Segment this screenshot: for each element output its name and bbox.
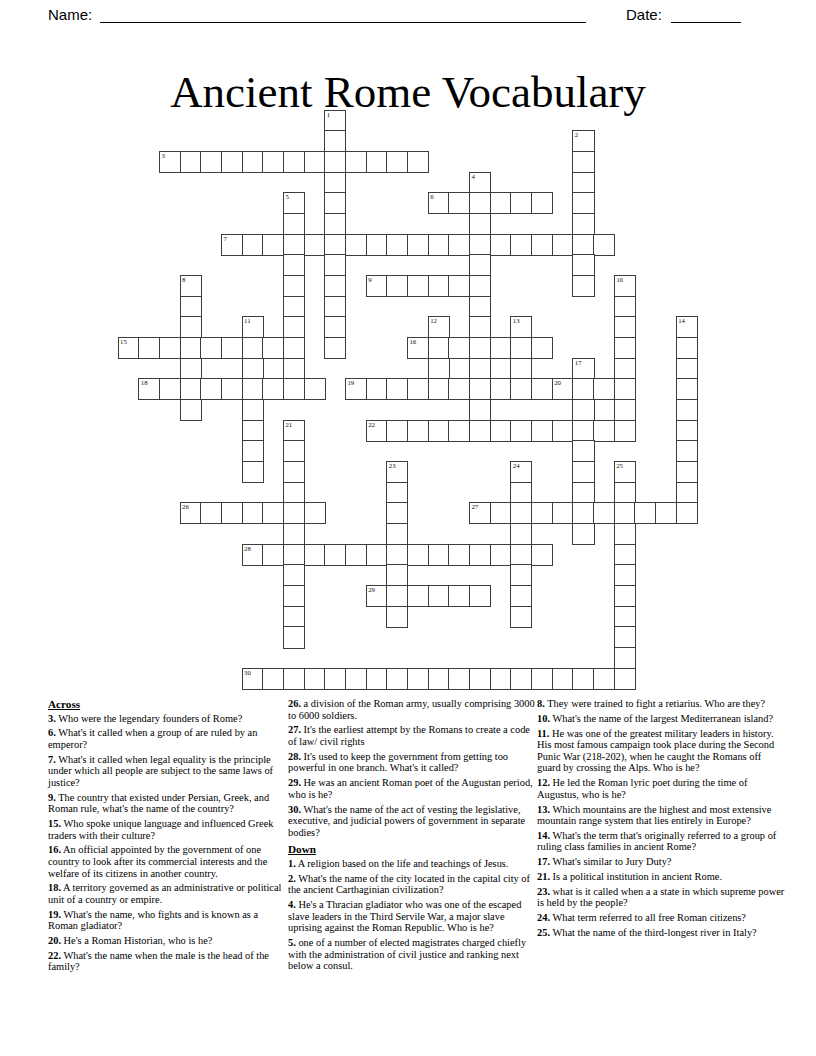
clue-across-15: 15. Who spoke unique language and influe… [48,818,285,841]
grid-cell[interactable] [428,585,450,607]
across-header: Across [48,698,285,710]
grid-cell[interactable] [593,378,615,400]
grid-cell[interactable] [283,378,305,400]
grid-cell[interactable] [531,502,553,524]
grid-cell[interactable] [676,482,698,504]
grid-cell[interactable] [676,358,698,380]
grid-cell[interactable] [469,668,491,690]
grid-cell[interactable] [490,668,512,690]
grid-cell[interactable] [283,544,305,566]
grid-cell[interactable] [428,420,450,442]
cell-number: 11 [244,317,251,326]
grid-cell[interactable] [283,316,305,338]
grid-cell[interactable] [572,275,594,297]
clue-down-8: 8. They were trained to fight a retiariu… [537,698,786,710]
grid-cell[interactable]: 29 [366,585,388,607]
grid-cell[interactable] [242,461,264,483]
grid-cell[interactable] [386,564,408,586]
grid-cell[interactable] [552,420,574,442]
grid-cell[interactable] [614,523,636,545]
clue-column-1: Across3. Who were the legendary founders… [48,698,285,976]
grid-cell[interactable] [676,420,698,442]
grid-cell[interactable] [262,337,284,359]
grid-cell[interactable] [510,585,532,607]
grid-cell[interactable] [490,378,512,400]
grid-cell[interactable]: 14 [676,316,698,338]
grid-cell[interactable] [407,544,429,566]
cell-number: 16 [409,338,416,347]
grid-cell[interactable] [386,420,408,442]
grid-cell[interactable] [614,544,636,566]
grid-cell[interactable] [242,440,264,462]
grid-cell[interactable]: 3 [159,151,181,173]
grid-cell[interactable] [180,399,202,421]
grid-cell[interactable] [324,151,346,173]
grid-cell[interactable] [490,502,512,524]
grid-cell[interactable] [572,482,594,504]
grid-cell[interactable]: 16 [407,337,429,359]
grid-cell[interactable]: 30 [242,668,264,690]
grid-cell[interactable]: 28 [242,544,264,566]
grid-cell[interactable] [242,378,264,400]
grid-cell[interactable] [531,192,553,214]
grid-cell[interactable] [676,440,698,462]
clue-across-28: 28. It's used to keep the government fro… [288,751,535,774]
grid-cell[interactable] [469,296,491,318]
grid-cell[interactable] [262,668,284,690]
grid-cell[interactable] [283,482,305,504]
grid-cell[interactable] [428,358,450,380]
grid-cell[interactable] [572,523,594,545]
clue-down-13: 13. Which mountains are the highest and … [537,804,786,827]
grid-cell[interactable] [614,585,636,607]
grid-cell[interactable] [572,192,594,214]
grid-cell[interactable] [386,502,408,524]
grid-cell[interactable]: 17 [572,358,594,380]
grid-cell[interactable] [593,668,615,690]
grid-cell[interactable]: 15 [118,337,140,359]
grid-cell[interactable]: 23 [386,461,408,483]
grid-cell[interactable] [448,585,470,607]
grid-cell[interactable] [614,399,636,421]
grid-cell[interactable] [510,668,532,690]
grid-cell[interactable] [386,234,408,256]
grid-cell[interactable] [366,151,388,173]
clue-down-21: 21. Is a political institution in ancien… [537,871,786,883]
grid-cell[interactable] [345,544,367,566]
grid-cell[interactable] [262,378,284,400]
cell-number: 24 [513,462,520,471]
clue-column-2: 26. a division of the Roman army, usuall… [288,698,535,975]
grid-cell[interactable] [221,337,243,359]
grid-cell[interactable] [572,213,594,235]
grid-cell[interactable] [428,544,450,566]
grid-cell[interactable] [469,234,491,256]
grid-cell[interactable] [242,358,264,380]
grid-cell[interactable] [283,585,305,607]
grid-cell[interactable] [283,564,305,586]
grid-cell[interactable] [448,234,470,256]
clue-across-30: 30. What's the name of the act of vestin… [288,804,535,839]
grid-cell[interactable] [448,420,470,442]
grid-cell[interactable] [469,213,491,235]
grid-cell[interactable] [324,172,346,194]
grid-cell[interactable] [366,544,388,566]
grid-cell[interactable]: 25 [614,461,636,483]
grid-cell[interactable] [283,296,305,318]
grid-cell[interactable] [469,192,491,214]
cell-number: 17 [575,359,582,368]
grid-cell[interactable] [469,420,491,442]
grid-cell[interactable] [242,502,264,524]
grid-cell[interactable] [283,461,305,483]
grid-cell[interactable] [510,234,532,256]
grid-cell[interactable] [572,502,594,524]
grid-cell[interactable] [469,399,491,421]
grid-cell[interactable] [180,296,202,318]
grid-cell[interactable] [490,544,512,566]
grid-cell[interactable] [531,668,553,690]
grid-cell[interactable] [386,275,408,297]
grid-cell[interactable] [469,337,491,359]
grid-cell[interactable] [428,275,450,297]
grid-cell[interactable] [324,544,346,566]
grid-cell[interactable] [324,254,346,276]
grid-cell[interactable] [283,254,305,276]
grid-cell[interactable] [510,544,532,566]
cell-number: 19 [347,379,354,388]
cell-number: 20 [554,379,561,388]
grid-cell[interactable] [490,234,512,256]
crossword-grid: 1234567891011121314151617181920212223242… [118,110,698,690]
grid-cell[interactable]: 26 [180,502,202,524]
cell-number: 13 [513,317,520,326]
grid-cell[interactable] [531,337,553,359]
grid-cell[interactable] [614,482,636,504]
grid-cell[interactable] [531,544,553,566]
grid-cell[interactable] [614,502,636,524]
grid-cell[interactable] [386,585,408,607]
grid-cell[interactable]: 20 [552,378,574,400]
grid-cell[interactable] [138,337,160,359]
grid-cell[interactable] [469,254,491,276]
clue-down-5: 5. one of a number of elected magistrate… [288,937,535,972]
grid-cell[interactable] [200,337,222,359]
clue-down-25: 25. What the name of the third-longest r… [537,927,786,939]
grid-cell[interactable] [676,337,698,359]
grid-cell[interactable] [242,420,264,442]
grid-cell[interactable] [655,502,677,524]
grid-cell[interactable] [428,378,450,400]
grid-cell[interactable] [366,668,388,690]
grid-cell[interactable] [490,192,512,214]
grid-cell[interactable] [324,275,346,297]
grid-cell[interactable] [324,337,346,359]
grid-cell[interactable] [221,151,243,173]
grid-cell[interactable]: 7 [221,234,243,256]
cell-number: 6 [430,193,433,202]
clue-across-6: 6. What's it called when a group of are … [48,727,285,750]
cell-number: 4 [471,173,474,182]
grid-cell[interactable] [366,234,388,256]
grid-cell[interactable] [552,234,574,256]
grid-cell[interactable] [510,482,532,504]
grid-cell[interactable] [572,254,594,276]
grid-cell[interactable] [304,151,326,173]
grid-cell[interactable] [634,502,656,524]
clue-across-27: 27. It's the earliest attempt by the Rom… [288,724,535,747]
grid-cell[interactable]: 11 [242,316,264,338]
grid-cell[interactable] [345,668,367,690]
clue-down-23: 23. what is it called when a a state in … [537,886,786,909]
grid-cell[interactable] [324,213,346,235]
grid-cell[interactable] [593,420,615,442]
grid-cell[interactable] [469,275,491,297]
grid-cell[interactable] [510,420,532,442]
grid-cell[interactable] [614,296,636,318]
grid-cell[interactable] [221,502,243,524]
grid-cell[interactable] [242,151,264,173]
grid-cell[interactable] [531,234,553,256]
grid-cell[interactable] [428,668,450,690]
grid-cell[interactable] [572,461,594,483]
grid-cell[interactable] [510,502,532,524]
grid-cell[interactable] [510,358,532,380]
grid-cell[interactable] [593,234,615,256]
grid-cell[interactable] [572,378,594,400]
grid-cell[interactable] [448,192,470,214]
clue-down-17: 17. What's similar to Jury Duty? [537,856,786,868]
grid-cell[interactable] [242,234,264,256]
grid-cell[interactable] [242,399,264,421]
grid-cell[interactable] [283,337,305,359]
grid-cell[interactable] [407,234,429,256]
grid-cell[interactable] [490,337,512,359]
grid-cell[interactable] [572,172,594,194]
grid-cell[interactable]: 4 [469,172,491,194]
grid-cell[interactable]: 22 [366,420,388,442]
grid-cell[interactable] [386,151,408,173]
grid-cell[interactable] [407,668,429,690]
grid-cell[interactable] [159,378,181,400]
grid-cell[interactable] [407,420,429,442]
cell-number: 8 [182,276,185,285]
grid-cell[interactable]: 21 [283,420,305,442]
grid-cell[interactable] [345,234,367,256]
grid-cell[interactable] [200,151,222,173]
grid-cell[interactable] [386,544,408,566]
grid-cell[interactable] [676,502,698,524]
grid-cell[interactable] [283,626,305,648]
grid-cell[interactable] [552,668,574,690]
grid-cell[interactable] [614,647,636,669]
grid-cell[interactable] [283,151,305,173]
clue-down-10: 10. What's the name of the largest Medit… [537,713,786,725]
cell-number: 29 [368,586,375,595]
grid-cell[interactable] [572,151,594,173]
grid-cell[interactable]: 6 [428,192,450,214]
grid-cell[interactable] [283,606,305,628]
grid-cell[interactable] [676,461,698,483]
grid-cell[interactable] [614,378,636,400]
grid-cell[interactable] [304,544,326,566]
grid-cell[interactable] [614,420,636,442]
cell-number: 18 [141,379,148,388]
grid-cell[interactable] [283,502,305,524]
grid-cell[interactable] [262,151,284,173]
grid-cell[interactable] [572,234,594,256]
grid-cell[interactable] [448,337,470,359]
clue-down-14: 14. What's the term that's originally re… [537,830,786,853]
grid-cell[interactable] [490,420,512,442]
clue-down-1: 1. A religion based on the life and teac… [288,858,535,870]
grid-cell[interactable] [572,420,594,442]
grid-cell[interactable] [407,585,429,607]
grid-cell[interactable] [180,337,202,359]
grid-cell[interactable] [283,275,305,297]
grid-cell[interactable] [510,523,532,545]
grid-cell[interactable] [262,544,284,566]
grid-cell[interactable] [262,502,284,524]
grid-cell[interactable] [262,234,284,256]
grid-cell[interactable] [614,316,636,338]
grid-cell[interactable] [469,316,491,338]
grid-cell[interactable] [324,234,346,256]
grid-cell[interactable] [407,275,429,297]
cell-number: 2 [575,131,578,140]
grid-cell[interactable] [386,668,408,690]
grid-cell[interactable] [593,502,615,524]
grid-cell[interactable] [614,564,636,586]
grid-cell[interactable]: 13 [510,316,532,338]
clue-down-12: 12. He led the Roman lyric poet during t… [537,777,786,800]
grid-cell[interactable]: 9 [366,275,388,297]
grid-cell[interactable] [510,378,532,400]
grid-cell[interactable] [304,668,326,690]
grid-cell[interactable] [614,668,636,690]
grid-cell[interactable] [159,337,181,359]
grid-cell[interactable] [676,399,698,421]
grid-cell[interactable] [283,523,305,545]
down-header: Down [288,843,535,855]
grid-cell[interactable]: 19 [345,378,367,400]
cell-number: 30 [244,669,251,678]
grid-cell[interactable] [386,482,408,504]
grid-cell[interactable] [572,399,594,421]
clue-across-22: 22. What's the name when the male is the… [48,950,285,973]
grid-cell[interactable] [324,668,346,690]
grid-cell[interactable] [200,378,222,400]
clue-down-24: 24. What term referred to all free Roman… [537,912,786,924]
grid-cell[interactable] [180,316,202,338]
grid-cell[interactable] [283,440,305,462]
grid-cell[interactable]: 10 [614,275,636,297]
cell-number: 14 [678,317,685,326]
grid-cell[interactable] [324,316,346,338]
grid-cell[interactable] [386,523,408,545]
grid-cell[interactable] [283,234,305,256]
grid-cell[interactable] [572,440,594,462]
grid-cell[interactable]: 12 [428,316,450,338]
grid-cell[interactable] [386,606,408,628]
grid-cell[interactable]: 8 [180,275,202,297]
grid-cell[interactable] [283,213,305,235]
grid-cell[interactable] [221,378,243,400]
cell-number: 1 [327,111,330,120]
grid-cell[interactable] [531,378,553,400]
grid-cell[interactable] [428,234,450,256]
clue-across-26: 26. a division of the Roman army, usuall… [288,698,535,721]
grid-cell[interactable] [510,192,532,214]
grid-cell[interactable] [510,564,532,586]
grid-cell[interactable] [469,544,491,566]
grid-cell[interactable] [428,337,450,359]
grid-cell[interactable]: 24 [510,461,532,483]
grid-cell[interactable] [180,378,202,400]
grid-cell[interactable] [448,275,470,297]
grid-cell[interactable] [469,378,491,400]
grid-cell[interactable] [304,378,326,400]
grid-cell[interactable] [366,378,388,400]
grid-cell[interactable] [386,378,408,400]
grid-cell[interactable] [448,544,470,566]
name-label: Name: [48,6,92,23]
clue-across-19: 19. What's the name, who fights and is k… [48,909,285,932]
grid-cell[interactable] [283,668,305,690]
grid-cell[interactable] [180,358,202,380]
grid-cell[interactable]: 27 [469,502,491,524]
grid-cell[interactable] [283,358,305,380]
grid-cell[interactable]: 5 [283,192,305,214]
grid-cell[interactable] [324,130,346,152]
date-input-line[interactable] [671,22,741,23]
grid-cell[interactable] [324,296,346,318]
grid-cell[interactable]: 1 [324,110,346,132]
grid-cell[interactable] [200,502,222,524]
cell-number: 12 [430,317,437,326]
grid-cell[interactable] [324,192,346,214]
clue-across-3: 3. Who were the legendary founders of Ro… [48,713,285,725]
grid-cell[interactable] [345,151,367,173]
grid-cell[interactable] [448,668,470,690]
grid-cell[interactable] [614,358,636,380]
grid-cell[interactable] [572,668,594,690]
grid-cell[interactable] [407,378,429,400]
grid-cell[interactable] [469,585,491,607]
grid-cell[interactable] [304,502,326,524]
grid-cell[interactable]: 18 [138,378,160,400]
grid-cell[interactable] [448,378,470,400]
grid-cell[interactable] [242,337,264,359]
grid-cell[interactable]: 2 [572,130,594,152]
clue-across-9: 9. The country that existed under Persia… [48,792,285,815]
grid-cell[interactable] [676,378,698,400]
name-input-line[interactable] [100,22,586,23]
grid-cell[interactable] [469,358,491,380]
clue-across-18: 18. A territory governed as an administr… [48,882,285,905]
grid-cell[interactable] [407,151,429,173]
grid-cell[interactable] [552,502,574,524]
grid-cell[interactable] [510,337,532,359]
grid-cell[interactable] [510,606,532,628]
grid-cell[interactable] [614,337,636,359]
grid-cell[interactable] [180,151,202,173]
grid-cell[interactable] [614,606,636,628]
grid-cell[interactable] [531,420,553,442]
clue-down-2: 2. What's the name of the city located i… [288,873,535,896]
grid-cell[interactable] [304,234,326,256]
grid-cell[interactable] [614,626,636,648]
